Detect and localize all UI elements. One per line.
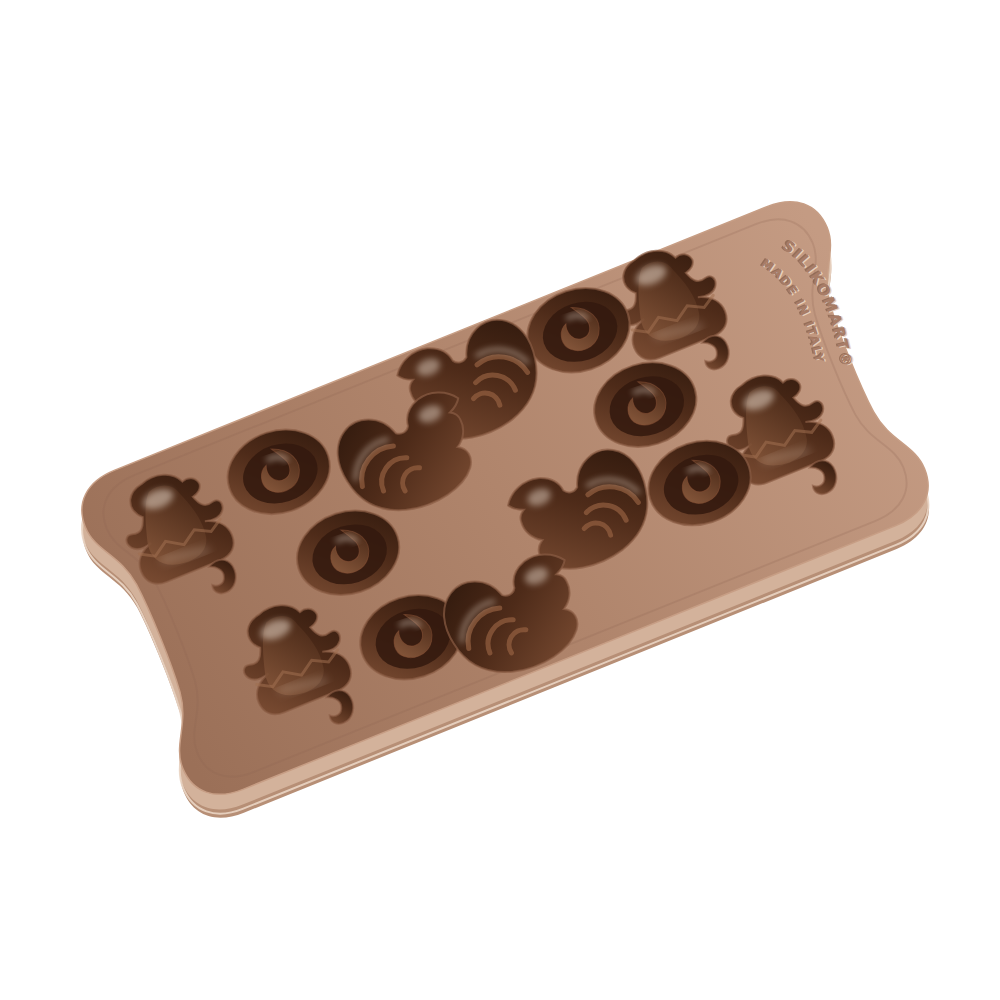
mold-photo-canvas: SILIKOMART® MADE IN ITALY SILIKOMART® MA… [0,0,1000,1000]
product-photo: SILIKOMART® MADE IN ITALY SILIKOMART® MA… [0,0,1000,1000]
mold: SILIKOMART® MADE IN ITALY SILIKOMART® MA… [61,187,948,831]
page: { "scene": { "description": "Angled over… [0,0,1000,1000]
